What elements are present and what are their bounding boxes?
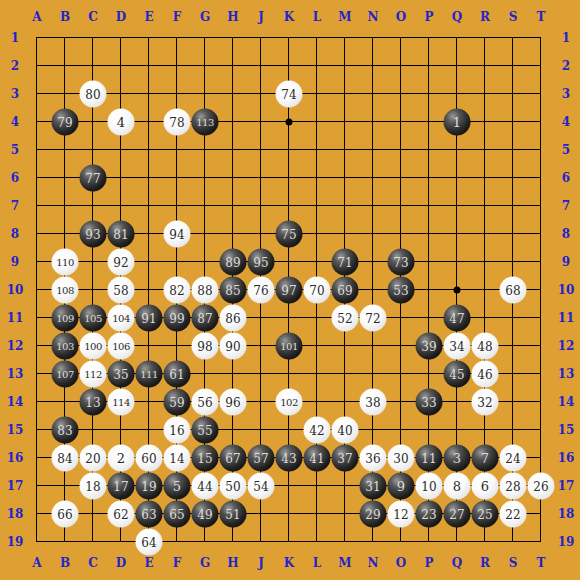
- board-intersection-S16[interactable]: 24: [499, 444, 527, 472]
- board-intersection-T11[interactable]: [527, 304, 555, 332]
- board-intersection-D17[interactable]: 17: [107, 472, 135, 500]
- board-intersection-K4[interactable]: [275, 108, 303, 136]
- board-intersection-S15[interactable]: [499, 416, 527, 444]
- board-intersection-D13[interactable]: 35: [107, 360, 135, 388]
- board-intersection-O18[interactable]: 12: [387, 500, 415, 528]
- board-intersection-H3[interactable]: [219, 80, 247, 108]
- board-intersection-M5[interactable]: [331, 136, 359, 164]
- board-intersection-Q16[interactable]: 3: [443, 444, 471, 472]
- board-intersection-O11[interactable]: [387, 304, 415, 332]
- board-intersection-D7[interactable]: [107, 192, 135, 220]
- board-intersection-G9[interactable]: [191, 248, 219, 276]
- board-intersection-R19[interactable]: [471, 528, 499, 556]
- board-intersection-L15[interactable]: 42: [303, 416, 331, 444]
- board-intersection-T6[interactable]: [527, 164, 555, 192]
- board-intersection-O8[interactable]: [387, 220, 415, 248]
- board-intersection-L13[interactable]: [303, 360, 331, 388]
- board-intersection-F14[interactable]: 59: [163, 388, 191, 416]
- board-intersection-K12[interactable]: 101: [275, 332, 303, 360]
- board-intersection-R16[interactable]: 7: [471, 444, 499, 472]
- board-intersection-B19[interactable]: [51, 528, 79, 556]
- board-intersection-A11[interactable]: [23, 304, 51, 332]
- board-intersection-J6[interactable]: [247, 164, 275, 192]
- board-intersection-O2[interactable]: [387, 52, 415, 80]
- board-intersection-K9[interactable]: [275, 248, 303, 276]
- board-intersection-P18[interactable]: 23: [415, 500, 443, 528]
- board-intersection-N12[interactable]: [359, 332, 387, 360]
- board-intersection-J4[interactable]: [247, 108, 275, 136]
- board-intersection-E3[interactable]: [135, 80, 163, 108]
- board-intersection-S4[interactable]: [499, 108, 527, 136]
- board-intersection-H6[interactable]: [219, 164, 247, 192]
- board-intersection-D2[interactable]: [107, 52, 135, 80]
- board-intersection-K8[interactable]: 75: [275, 220, 303, 248]
- board-intersection-M9[interactable]: 71: [331, 248, 359, 276]
- board-intersection-F12[interactable]: [163, 332, 191, 360]
- board-intersection-T3[interactable]: [527, 80, 555, 108]
- board-intersection-K7[interactable]: [275, 192, 303, 220]
- board-intersection-L12[interactable]: [303, 332, 331, 360]
- board-intersection-H17[interactable]: 50: [219, 472, 247, 500]
- board-intersection-F2[interactable]: [163, 52, 191, 80]
- board-intersection-K2[interactable]: [275, 52, 303, 80]
- board-intersection-H14[interactable]: 96: [219, 388, 247, 416]
- board-intersection-S8[interactable]: [499, 220, 527, 248]
- board-intersection-B18[interactable]: 66: [51, 500, 79, 528]
- board-intersection-R5[interactable]: [471, 136, 499, 164]
- board-intersection-A2[interactable]: [23, 52, 51, 80]
- board-intersection-M3[interactable]: [331, 80, 359, 108]
- board-intersection-L14[interactable]: [303, 388, 331, 416]
- board-intersection-C16[interactable]: 20: [79, 444, 107, 472]
- board-intersection-D10[interactable]: 58: [107, 276, 135, 304]
- board-intersection-J19[interactable]: [247, 528, 275, 556]
- board-intersection-C10[interactable]: [79, 276, 107, 304]
- board-intersection-T13[interactable]: [527, 360, 555, 388]
- board-intersection-B16[interactable]: 84: [51, 444, 79, 472]
- board-intersection-T10[interactable]: [527, 276, 555, 304]
- board-intersection-R15[interactable]: [471, 416, 499, 444]
- board-intersection-M13[interactable]: [331, 360, 359, 388]
- board-intersection-Q12[interactable]: 34: [443, 332, 471, 360]
- board-intersection-B17[interactable]: [51, 472, 79, 500]
- board-intersection-P5[interactable]: [415, 136, 443, 164]
- board-intersection-M14[interactable]: [331, 388, 359, 416]
- board-intersection-Q5[interactable]: [443, 136, 471, 164]
- board-intersection-A19[interactable]: [23, 528, 51, 556]
- board-intersection-R8[interactable]: [471, 220, 499, 248]
- board-intersection-P11[interactable]: [415, 304, 443, 332]
- board-intersection-J10[interactable]: 76: [247, 276, 275, 304]
- board-intersection-O5[interactable]: [387, 136, 415, 164]
- board-intersection-G11[interactable]: 87: [191, 304, 219, 332]
- board-intersection-A9[interactable]: [23, 248, 51, 276]
- board-intersection-S9[interactable]: [499, 248, 527, 276]
- board-intersection-R12[interactable]: 48: [471, 332, 499, 360]
- board-intersection-F17[interactable]: 5: [163, 472, 191, 500]
- board-intersection-M8[interactable]: [331, 220, 359, 248]
- board-intersection-O17[interactable]: 9: [387, 472, 415, 500]
- board-intersection-M16[interactable]: 37: [331, 444, 359, 472]
- board-intersection-M17[interactable]: [331, 472, 359, 500]
- board-intersection-T4[interactable]: [527, 108, 555, 136]
- board-intersection-N5[interactable]: [359, 136, 387, 164]
- board-intersection-A8[interactable]: [23, 220, 51, 248]
- board-intersection-B7[interactable]: [51, 192, 79, 220]
- board-intersection-Q8[interactable]: [443, 220, 471, 248]
- board-intersection-N8[interactable]: [359, 220, 387, 248]
- board-intersection-S10[interactable]: 68: [499, 276, 527, 304]
- board-intersection-A10[interactable]: [23, 276, 51, 304]
- board-intersection-B12[interactable]: 103: [51, 332, 79, 360]
- board-intersection-B4[interactable]: 79: [51, 108, 79, 136]
- board-intersection-D16[interactable]: 2: [107, 444, 135, 472]
- board-intersection-C9[interactable]: [79, 248, 107, 276]
- board-intersection-L16[interactable]: 41: [303, 444, 331, 472]
- board-intersection-S1[interactable]: [499, 24, 527, 52]
- board-intersection-E4[interactable]: [135, 108, 163, 136]
- board-intersection-T7[interactable]: [527, 192, 555, 220]
- board-intersection-B11[interactable]: 109: [51, 304, 79, 332]
- board-intersection-J13[interactable]: [247, 360, 275, 388]
- board-intersection-R11[interactable]: [471, 304, 499, 332]
- board-intersection-A4[interactable]: [23, 108, 51, 136]
- board-intersection-G12[interactable]: 98: [191, 332, 219, 360]
- board-intersection-R1[interactable]: [471, 24, 499, 52]
- board-intersection-L17[interactable]: [303, 472, 331, 500]
- board-intersection-L5[interactable]: [303, 136, 331, 164]
- board-intersection-A13[interactable]: [23, 360, 51, 388]
- board-intersection-K3[interactable]: 74: [275, 80, 303, 108]
- board-intersection-K10[interactable]: 97: [275, 276, 303, 304]
- board-intersection-E17[interactable]: 19: [135, 472, 163, 500]
- board-intersection-D12[interactable]: 106: [107, 332, 135, 360]
- board-intersection-A14[interactable]: [23, 388, 51, 416]
- board-intersection-J18[interactable]: [247, 500, 275, 528]
- board-intersection-J1[interactable]: [247, 24, 275, 52]
- board-intersection-L3[interactable]: [303, 80, 331, 108]
- board-intersection-P8[interactable]: [415, 220, 443, 248]
- board-intersection-P4[interactable]: [415, 108, 443, 136]
- board-intersection-B6[interactable]: [51, 164, 79, 192]
- board-intersection-B10[interactable]: 108: [51, 276, 79, 304]
- board-intersection-C13[interactable]: 112: [79, 360, 107, 388]
- board-intersection-C11[interactable]: 105: [79, 304, 107, 332]
- board-intersection-M15[interactable]: 40: [331, 416, 359, 444]
- board-intersection-P14[interactable]: 33: [415, 388, 443, 416]
- board-intersection-D8[interactable]: 81: [107, 220, 135, 248]
- board-intersection-F10[interactable]: 82: [163, 276, 191, 304]
- board-intersection-R9[interactable]: [471, 248, 499, 276]
- board-intersection-H15[interactable]: [219, 416, 247, 444]
- board-intersection-E16[interactable]: 60: [135, 444, 163, 472]
- board-intersection-E12[interactable]: [135, 332, 163, 360]
- board-intersection-N7[interactable]: [359, 192, 387, 220]
- board-intersection-M2[interactable]: [331, 52, 359, 80]
- board-intersection-B9[interactable]: 110: [51, 248, 79, 276]
- board-intersection-D19[interactable]: [107, 528, 135, 556]
- board-intersection-S12[interactable]: [499, 332, 527, 360]
- board-intersection-S13[interactable]: [499, 360, 527, 388]
- board-intersection-H7[interactable]: [219, 192, 247, 220]
- board-intersection-E2[interactable]: [135, 52, 163, 80]
- board-intersection-H16[interactable]: 67: [219, 444, 247, 472]
- board-intersection-A17[interactable]: [23, 472, 51, 500]
- board-intersection-A6[interactable]: [23, 164, 51, 192]
- board-intersection-T14[interactable]: [527, 388, 555, 416]
- board-intersection-S11[interactable]: [499, 304, 527, 332]
- board-intersection-K5[interactable]: [275, 136, 303, 164]
- board-intersection-G19[interactable]: [191, 528, 219, 556]
- board-intersection-F6[interactable]: [163, 164, 191, 192]
- board-intersection-O12[interactable]: [387, 332, 415, 360]
- board-intersection-O16[interactable]: 30: [387, 444, 415, 472]
- board-intersection-R3[interactable]: [471, 80, 499, 108]
- board-intersection-B2[interactable]: [51, 52, 79, 80]
- board-intersection-G2[interactable]: [191, 52, 219, 80]
- board-intersection-J14[interactable]: [247, 388, 275, 416]
- board-intersection-M12[interactable]: [331, 332, 359, 360]
- board-intersection-D15[interactable]: [107, 416, 135, 444]
- board-intersection-O13[interactable]: [387, 360, 415, 388]
- board-intersection-L6[interactable]: [303, 164, 331, 192]
- board-intersection-D14[interactable]: 114: [107, 388, 135, 416]
- board-intersection-G14[interactable]: 56: [191, 388, 219, 416]
- board-intersection-A1[interactable]: [23, 24, 51, 52]
- board-intersection-L8[interactable]: [303, 220, 331, 248]
- board-intersection-S18[interactable]: 22: [499, 500, 527, 528]
- board-intersection-Q3[interactable]: [443, 80, 471, 108]
- board-intersection-Q9[interactable]: [443, 248, 471, 276]
- board-intersection-N10[interactable]: [359, 276, 387, 304]
- board-intersection-K13[interactable]: [275, 360, 303, 388]
- board-intersection-D1[interactable]: [107, 24, 135, 52]
- board-intersection-L10[interactable]: 70: [303, 276, 331, 304]
- board-intersection-M10[interactable]: 69: [331, 276, 359, 304]
- board-intersection-R13[interactable]: 46: [471, 360, 499, 388]
- board-intersection-P19[interactable]: [415, 528, 443, 556]
- board-intersection-E1[interactable]: [135, 24, 163, 52]
- board-intersection-K17[interactable]: [275, 472, 303, 500]
- board-intersection-C1[interactable]: [79, 24, 107, 52]
- board-intersection-H10[interactable]: 85: [219, 276, 247, 304]
- board-intersection-S2[interactable]: [499, 52, 527, 80]
- board-intersection-G10[interactable]: 88: [191, 276, 219, 304]
- board-intersection-E14[interactable]: [135, 388, 163, 416]
- board-intersection-F1[interactable]: [163, 24, 191, 52]
- board-intersection-C3[interactable]: 80: [79, 80, 107, 108]
- board-intersection-C7[interactable]: [79, 192, 107, 220]
- board-intersection-E18[interactable]: 63: [135, 500, 163, 528]
- board-intersection-Q13[interactable]: 45: [443, 360, 471, 388]
- board-intersection-P12[interactable]: 39: [415, 332, 443, 360]
- board-intersection-F9[interactable]: [163, 248, 191, 276]
- board-intersection-G6[interactable]: [191, 164, 219, 192]
- board-intersection-R4[interactable]: [471, 108, 499, 136]
- board-intersection-P16[interactable]: 11: [415, 444, 443, 472]
- board-intersection-K16[interactable]: 43: [275, 444, 303, 472]
- board-intersection-G3[interactable]: [191, 80, 219, 108]
- board-intersection-N9[interactable]: [359, 248, 387, 276]
- board-intersection-B5[interactable]: [51, 136, 79, 164]
- board-intersection-A3[interactable]: [23, 80, 51, 108]
- board-intersection-O10[interactable]: 53: [387, 276, 415, 304]
- board-intersection-K18[interactable]: [275, 500, 303, 528]
- board-intersection-Q1[interactable]: [443, 24, 471, 52]
- board-intersection-L11[interactable]: [303, 304, 331, 332]
- board-intersection-S5[interactable]: [499, 136, 527, 164]
- board-intersection-N17[interactable]: 31: [359, 472, 387, 500]
- board-intersection-R18[interactable]: 25: [471, 500, 499, 528]
- board-intersection-O7[interactable]: [387, 192, 415, 220]
- board-intersection-G1[interactable]: [191, 24, 219, 52]
- board-intersection-H1[interactable]: [219, 24, 247, 52]
- board-intersection-K6[interactable]: [275, 164, 303, 192]
- board-intersection-H12[interactable]: 90: [219, 332, 247, 360]
- board-intersection-T12[interactable]: [527, 332, 555, 360]
- board-intersection-C12[interactable]: 100: [79, 332, 107, 360]
- board-intersection-E19[interactable]: 64: [135, 528, 163, 556]
- board-intersection-C14[interactable]: 13: [79, 388, 107, 416]
- board-intersection-T17[interactable]: 26: [527, 472, 555, 500]
- board-intersection-E11[interactable]: 91: [135, 304, 163, 332]
- board-intersection-O3[interactable]: [387, 80, 415, 108]
- board-intersection-T1[interactable]: [527, 24, 555, 52]
- board-intersection-T19[interactable]: [527, 528, 555, 556]
- board-intersection-Q7[interactable]: [443, 192, 471, 220]
- board-intersection-G16[interactable]: 15: [191, 444, 219, 472]
- board-intersection-Q2[interactable]: [443, 52, 471, 80]
- board-intersection-T15[interactable]: [527, 416, 555, 444]
- board-intersection-M1[interactable]: [331, 24, 359, 52]
- board-intersection-G13[interactable]: [191, 360, 219, 388]
- board-intersection-J15[interactable]: [247, 416, 275, 444]
- board-intersection-K19[interactable]: [275, 528, 303, 556]
- board-intersection-B15[interactable]: 83: [51, 416, 79, 444]
- board-intersection-P17[interactable]: 10: [415, 472, 443, 500]
- board-intersection-K14[interactable]: 102: [275, 388, 303, 416]
- board-intersection-J7[interactable]: [247, 192, 275, 220]
- board-intersection-E10[interactable]: [135, 276, 163, 304]
- board-intersection-O19[interactable]: [387, 528, 415, 556]
- board-intersection-A16[interactable]: [23, 444, 51, 472]
- board-intersection-P13[interactable]: [415, 360, 443, 388]
- board-intersection-P9[interactable]: [415, 248, 443, 276]
- board-intersection-F13[interactable]: 61: [163, 360, 191, 388]
- board-intersection-D9[interactable]: 92: [107, 248, 135, 276]
- board-intersection-M18[interactable]: [331, 500, 359, 528]
- board-intersection-O14[interactable]: [387, 388, 415, 416]
- board-intersection-B13[interactable]: 107: [51, 360, 79, 388]
- board-intersection-O15[interactable]: [387, 416, 415, 444]
- board-intersection-L1[interactable]: [303, 24, 331, 52]
- board-intersection-H5[interactable]: [219, 136, 247, 164]
- board-intersection-F19[interactable]: [163, 528, 191, 556]
- board-intersection-N19[interactable]: [359, 528, 387, 556]
- board-intersection-F16[interactable]: 14: [163, 444, 191, 472]
- board-intersection-G8[interactable]: [191, 220, 219, 248]
- board-intersection-C5[interactable]: [79, 136, 107, 164]
- board-intersection-E6[interactable]: [135, 164, 163, 192]
- board-intersection-E7[interactable]: [135, 192, 163, 220]
- board-intersection-C6[interactable]: 77: [79, 164, 107, 192]
- board-intersection-O6[interactable]: [387, 164, 415, 192]
- board-intersection-D11[interactable]: 104: [107, 304, 135, 332]
- board-intersection-F18[interactable]: 65: [163, 500, 191, 528]
- board-intersection-H8[interactable]: [219, 220, 247, 248]
- board-intersection-T9[interactable]: [527, 248, 555, 276]
- board-intersection-B14[interactable]: [51, 388, 79, 416]
- board-intersection-F15[interactable]: 16: [163, 416, 191, 444]
- board-intersection-A18[interactable]: [23, 500, 51, 528]
- board-intersection-E15[interactable]: [135, 416, 163, 444]
- board-intersection-J2[interactable]: [247, 52, 275, 80]
- board-intersection-Q14[interactable]: [443, 388, 471, 416]
- board-intersection-J12[interactable]: [247, 332, 275, 360]
- board-intersection-P1[interactable]: [415, 24, 443, 52]
- board-intersection-G4[interactable]: 113: [191, 108, 219, 136]
- board-intersection-J9[interactable]: 95: [247, 248, 275, 276]
- board-intersection-H11[interactable]: 86: [219, 304, 247, 332]
- board-intersection-P15[interactable]: [415, 416, 443, 444]
- board-intersection-Q4[interactable]: 1: [443, 108, 471, 136]
- board-intersection-G17[interactable]: 44: [191, 472, 219, 500]
- board-intersection-B3[interactable]: [51, 80, 79, 108]
- board-intersection-F4[interactable]: 78: [163, 108, 191, 136]
- board-intersection-G7[interactable]: [191, 192, 219, 220]
- board-intersection-S19[interactable]: [499, 528, 527, 556]
- board-intersection-H19[interactable]: [219, 528, 247, 556]
- board-intersection-K11[interactable]: [275, 304, 303, 332]
- board-intersection-N3[interactable]: [359, 80, 387, 108]
- board-intersection-T2[interactable]: [527, 52, 555, 80]
- board-intersection-C8[interactable]: 93: [79, 220, 107, 248]
- board-intersection-K15[interactable]: [275, 416, 303, 444]
- board-intersection-H9[interactable]: 89: [219, 248, 247, 276]
- board-intersection-A12[interactable]: [23, 332, 51, 360]
- board-intersection-Q11[interactable]: 47: [443, 304, 471, 332]
- board-intersection-F8[interactable]: 94: [163, 220, 191, 248]
- board-intersection-C19[interactable]: [79, 528, 107, 556]
- board-intersection-F11[interactable]: 99: [163, 304, 191, 332]
- board-intersection-P7[interactable]: [415, 192, 443, 220]
- board-intersection-T5[interactable]: [527, 136, 555, 164]
- board-intersection-C18[interactable]: [79, 500, 107, 528]
- board-intersection-Q19[interactable]: [443, 528, 471, 556]
- board-intersection-R7[interactable]: [471, 192, 499, 220]
- board-intersection-N2[interactable]: [359, 52, 387, 80]
- board-intersection-P2[interactable]: [415, 52, 443, 80]
- board-intersection-E8[interactable]: [135, 220, 163, 248]
- board-intersection-N1[interactable]: [359, 24, 387, 52]
- board-intersection-N18[interactable]: 29: [359, 500, 387, 528]
- board-intersection-L9[interactable]: [303, 248, 331, 276]
- board-intersection-L7[interactable]: [303, 192, 331, 220]
- board-intersection-M4[interactable]: [331, 108, 359, 136]
- board-intersection-A7[interactable]: [23, 192, 51, 220]
- board-intersection-Q15[interactable]: [443, 416, 471, 444]
- board-intersection-P3[interactable]: [415, 80, 443, 108]
- board-intersection-F7[interactable]: [163, 192, 191, 220]
- board-intersection-D4[interactable]: 4: [107, 108, 135, 136]
- board-intersection-J5[interactable]: [247, 136, 275, 164]
- board-intersection-G18[interactable]: 49: [191, 500, 219, 528]
- board-intersection-T16[interactable]: [527, 444, 555, 472]
- board-intersection-L2[interactable]: [303, 52, 331, 80]
- board-intersection-B1[interactable]: [51, 24, 79, 52]
- board-intersection-D18[interactable]: 62: [107, 500, 135, 528]
- board-intersection-D6[interactable]: [107, 164, 135, 192]
